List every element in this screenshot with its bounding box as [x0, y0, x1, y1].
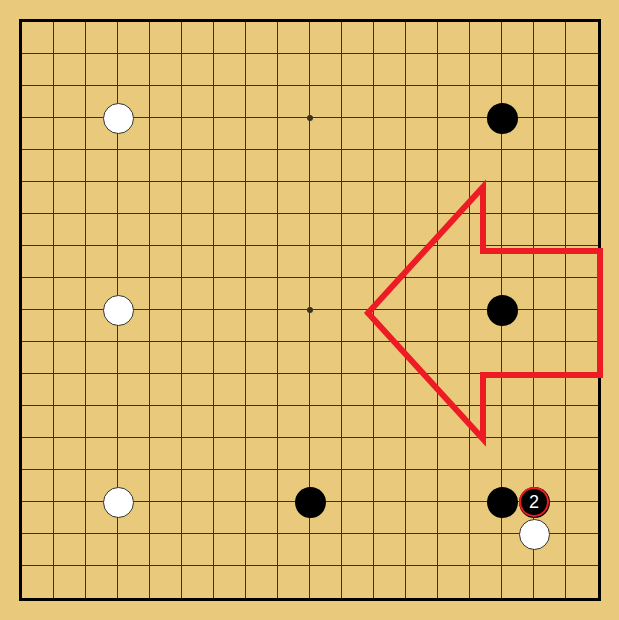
board-cell [86, 534, 118, 566]
move-number-label: 2 [529, 493, 539, 511]
board-cell [150, 406, 182, 438]
board-cell [118, 374, 150, 406]
board-cell [54, 22, 86, 54]
black-stone-R4[interactable]: 2 [519, 487, 550, 518]
white-stone-D16[interactable] [103, 103, 134, 134]
board-cell [470, 54, 502, 86]
board-cell [246, 22, 278, 54]
board-cell [214, 118, 246, 150]
board-cell [214, 342, 246, 374]
board-cell [566, 182, 598, 214]
board-cell [438, 182, 470, 214]
board-cell [214, 54, 246, 86]
board-cell [310, 214, 342, 246]
board-cell [438, 214, 470, 246]
board-cell [22, 406, 54, 438]
board-cell [22, 534, 54, 566]
board-cell [374, 310, 406, 342]
board-cell [470, 342, 502, 374]
board-cell [342, 566, 374, 598]
board-cell [118, 566, 150, 598]
board-cell [566, 86, 598, 118]
board-cell [374, 118, 406, 150]
board-cell [86, 438, 118, 470]
board-cell [566, 22, 598, 54]
board-cell [502, 374, 534, 406]
board-cell [470, 406, 502, 438]
board-cell [150, 54, 182, 86]
board-cell [86, 150, 118, 182]
board-cell [278, 214, 310, 246]
board-cell [214, 278, 246, 310]
board-cell [406, 438, 438, 470]
board-cell [438, 22, 470, 54]
board-cell [438, 278, 470, 310]
board-cell [22, 86, 54, 118]
board-cell [342, 502, 374, 534]
board-cell [86, 406, 118, 438]
board-cell [150, 182, 182, 214]
board-cell [246, 214, 278, 246]
board-cell [182, 150, 214, 182]
board-cell [470, 374, 502, 406]
board-cell [86, 374, 118, 406]
board-cell [246, 374, 278, 406]
board-cell [214, 150, 246, 182]
board-cell [438, 502, 470, 534]
board-cell [566, 246, 598, 278]
board-cell [278, 182, 310, 214]
board-cell [54, 470, 86, 502]
board-cell [342, 246, 374, 278]
board-cell [22, 246, 54, 278]
board-cell [438, 406, 470, 438]
board-cell [86, 246, 118, 278]
board-cell [278, 278, 310, 310]
white-stone-D10[interactable] [103, 295, 134, 326]
board-cell [310, 54, 342, 86]
board-cell [86, 54, 118, 86]
board-cell [566, 374, 598, 406]
board-cell [22, 566, 54, 598]
board-cell [22, 342, 54, 374]
board-cell [502, 214, 534, 246]
board-cell [278, 150, 310, 182]
board-cell [278, 86, 310, 118]
board-cell [566, 54, 598, 86]
board-cell [182, 182, 214, 214]
board-cell [438, 374, 470, 406]
board-cell [534, 182, 566, 214]
board-cell [246, 278, 278, 310]
board-cell [118, 54, 150, 86]
board-cell [54, 502, 86, 534]
board-cell [278, 118, 310, 150]
black-stone-Q10[interactable] [487, 295, 518, 326]
board-cell [566, 566, 598, 598]
board-cell [86, 566, 118, 598]
board-cell [374, 502, 406, 534]
board-cell [310, 118, 342, 150]
board-cell [278, 22, 310, 54]
board-cell [150, 374, 182, 406]
board-cell [534, 118, 566, 150]
board-cell [54, 342, 86, 374]
board-cell [86, 22, 118, 54]
board-cell [118, 246, 150, 278]
board-cell [150, 150, 182, 182]
board-cell [182, 22, 214, 54]
board-cell [310, 406, 342, 438]
board-cell [406, 150, 438, 182]
board-cell [150, 246, 182, 278]
board-cell [118, 22, 150, 54]
board-cell [310, 86, 342, 118]
board-cell [502, 406, 534, 438]
board-cell [182, 118, 214, 150]
board-cell [470, 182, 502, 214]
board-cell [22, 118, 54, 150]
board-cell [150, 118, 182, 150]
board-cell [566, 470, 598, 502]
go-board[interactable]: 2 [19, 19, 601, 601]
board-cell [150, 86, 182, 118]
board-cell [246, 310, 278, 342]
board-cell [502, 182, 534, 214]
board-cell [214, 566, 246, 598]
board-cell [438, 118, 470, 150]
board-cell [374, 406, 406, 438]
board-cell [342, 278, 374, 310]
board-cell [150, 278, 182, 310]
board-cell [214, 22, 246, 54]
board-cell [150, 470, 182, 502]
board-cell [502, 438, 534, 470]
board-cell [438, 246, 470, 278]
board-cell [214, 182, 246, 214]
board-cell [566, 502, 598, 534]
board-cell [22, 22, 54, 54]
board-cell [406, 566, 438, 598]
board-cell [534, 438, 566, 470]
board-cell [150, 438, 182, 470]
board-cell [342, 22, 374, 54]
board-cell [86, 342, 118, 374]
board-cell [22, 54, 54, 86]
board-cell [406, 374, 438, 406]
board-cell [534, 406, 566, 438]
board-cell [566, 118, 598, 150]
board-cell [182, 470, 214, 502]
board-cell [342, 438, 374, 470]
board-cell [150, 566, 182, 598]
board-cell [374, 374, 406, 406]
board-cell [406, 214, 438, 246]
go-diagram: 2 [0, 0, 619, 620]
board-cell [54, 534, 86, 566]
board-cell [150, 502, 182, 534]
board-cell [54, 246, 86, 278]
board-cell [374, 438, 406, 470]
board-cell [342, 182, 374, 214]
board-cell [150, 342, 182, 374]
board-cell [118, 438, 150, 470]
board-cell [502, 566, 534, 598]
board-cell [54, 310, 86, 342]
board-cell [246, 566, 278, 598]
board-cell [54, 86, 86, 118]
board-cell [54, 118, 86, 150]
board-cell [534, 22, 566, 54]
star-point [307, 115, 313, 121]
board-cell [86, 182, 118, 214]
board-cell [342, 214, 374, 246]
board-cell [246, 118, 278, 150]
board-cell [150, 534, 182, 566]
black-stone-K4[interactable] [295, 487, 326, 518]
board-cell [310, 374, 342, 406]
board-cell [534, 374, 566, 406]
board-cell [406, 502, 438, 534]
board-cell [342, 150, 374, 182]
board-cell [278, 406, 310, 438]
board-cell [310, 566, 342, 598]
board-cell [150, 214, 182, 246]
board-cell [566, 310, 598, 342]
board-cell [406, 406, 438, 438]
board-cell [214, 310, 246, 342]
board-cell [310, 342, 342, 374]
board-cell [54, 566, 86, 598]
white-stone-R3[interactable] [519, 519, 550, 550]
board-cell [438, 342, 470, 374]
board-cell [534, 310, 566, 342]
board-cell [278, 534, 310, 566]
board-cell [22, 310, 54, 342]
board-cell [246, 150, 278, 182]
board-cell [54, 406, 86, 438]
board-cell [406, 310, 438, 342]
board-cell [278, 438, 310, 470]
board-cell [342, 86, 374, 118]
board-cell [406, 278, 438, 310]
board-cell [470, 22, 502, 54]
board-cell [310, 22, 342, 54]
board-cell [54, 278, 86, 310]
board-cell [438, 310, 470, 342]
board-cell [566, 438, 598, 470]
board-cell [310, 438, 342, 470]
board-cell [374, 182, 406, 214]
board-cell [22, 438, 54, 470]
board-cell [22, 278, 54, 310]
board-cell [118, 214, 150, 246]
board-cell [374, 54, 406, 86]
board-cell [470, 566, 502, 598]
board-cell [22, 502, 54, 534]
board-cell [54, 182, 86, 214]
board-cell [342, 342, 374, 374]
board-cell [310, 534, 342, 566]
board-cell [406, 182, 438, 214]
board-cell [406, 54, 438, 86]
board-cell [342, 374, 374, 406]
board-cell [566, 214, 598, 246]
board-cell [502, 246, 534, 278]
board-cell [502, 22, 534, 54]
board-cell [246, 246, 278, 278]
board-cell [246, 534, 278, 566]
board-cell [566, 278, 598, 310]
board-cell [182, 374, 214, 406]
board-cell [406, 246, 438, 278]
white-stone-D4[interactable] [103, 487, 134, 518]
board-cell [182, 406, 214, 438]
board-cell [246, 342, 278, 374]
board-cell [182, 502, 214, 534]
board-cell [534, 246, 566, 278]
board-cell [278, 54, 310, 86]
board-cell [374, 278, 406, 310]
board-cell [566, 342, 598, 374]
black-stone-Q4[interactable] [487, 487, 518, 518]
board-cell [342, 470, 374, 502]
board-cell [22, 182, 54, 214]
board-cell [182, 246, 214, 278]
board-cell [406, 470, 438, 502]
board-cell [246, 54, 278, 86]
board-cell [182, 278, 214, 310]
board-cell [470, 150, 502, 182]
board-cell [54, 54, 86, 86]
board-cell [342, 118, 374, 150]
board-cell [150, 310, 182, 342]
board-cell [374, 566, 406, 598]
board-cell [182, 86, 214, 118]
board-cell [374, 86, 406, 118]
board-cell [182, 438, 214, 470]
board-cell [534, 278, 566, 310]
board-cell [406, 86, 438, 118]
board-cell [470, 214, 502, 246]
board-cell [502, 342, 534, 374]
board-cell [438, 566, 470, 598]
board-cell [566, 406, 598, 438]
board-cell [54, 214, 86, 246]
board-cell [342, 54, 374, 86]
board-cell [278, 342, 310, 374]
board-cell [182, 534, 214, 566]
board-cell [374, 214, 406, 246]
star-point [307, 307, 313, 313]
board-cell [310, 150, 342, 182]
board-cell [438, 438, 470, 470]
board-cell [214, 438, 246, 470]
board-cell [310, 182, 342, 214]
board-cell [22, 150, 54, 182]
board-cell [118, 342, 150, 374]
board-cell [246, 86, 278, 118]
board-cell [438, 470, 470, 502]
board-cell [438, 86, 470, 118]
board-cell [374, 22, 406, 54]
board-cell [118, 150, 150, 182]
board-cell [54, 150, 86, 182]
board-cell [246, 438, 278, 470]
board-cell [374, 470, 406, 502]
board-cell [534, 566, 566, 598]
board-cell [374, 150, 406, 182]
board-cell [182, 54, 214, 86]
board-cell [374, 534, 406, 566]
board-cell [438, 150, 470, 182]
board-cell [374, 246, 406, 278]
board-cell [438, 534, 470, 566]
board-cell [150, 22, 182, 54]
board-cell [470, 534, 502, 566]
board-cell [502, 150, 534, 182]
board-cell [182, 310, 214, 342]
board-cell [86, 214, 118, 246]
board-cell [470, 438, 502, 470]
board-cell [246, 182, 278, 214]
board-cell [214, 406, 246, 438]
board-cell [406, 342, 438, 374]
board-cell [246, 470, 278, 502]
board-cell [278, 310, 310, 342]
board-cell [214, 214, 246, 246]
board-cell [310, 310, 342, 342]
board-cell [534, 54, 566, 86]
board-cell [534, 342, 566, 374]
board-cell [118, 406, 150, 438]
board-cell [118, 182, 150, 214]
black-stone-Q16[interactable] [487, 103, 518, 134]
board-cell [22, 470, 54, 502]
board-cell [438, 54, 470, 86]
board-cell [54, 374, 86, 406]
board-cell [534, 214, 566, 246]
board-cell [406, 534, 438, 566]
board-cell [118, 534, 150, 566]
board-cell [470, 246, 502, 278]
board-cell [534, 150, 566, 182]
board-cell [566, 534, 598, 566]
board-cell [214, 534, 246, 566]
board-cell [406, 118, 438, 150]
board-cell [278, 246, 310, 278]
board-cell [54, 438, 86, 470]
board-cell [278, 566, 310, 598]
board-cell [182, 342, 214, 374]
board-cell [214, 86, 246, 118]
board-cell [278, 374, 310, 406]
board-cell [182, 214, 214, 246]
board-cell [246, 502, 278, 534]
board-cell [342, 310, 374, 342]
board-cell [342, 406, 374, 438]
board-cell [342, 534, 374, 566]
board-cell [246, 406, 278, 438]
board-cell [566, 150, 598, 182]
board-cell [214, 246, 246, 278]
board-cell [182, 566, 214, 598]
board-cell [214, 470, 246, 502]
board-cell [310, 278, 342, 310]
board-cell [214, 374, 246, 406]
board-cell [22, 214, 54, 246]
board-cell [406, 22, 438, 54]
